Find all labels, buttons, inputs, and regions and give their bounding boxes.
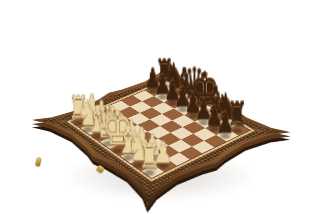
product-photo-stage: ♜♞♝♛♚♝♞♜♟♟♟♟♟♟♟♟♟♟♟♟♟♟♟♟♜♞♝♛♚♝♞♜	[0, 0, 320, 214]
scene: ♜♞♝♛♚♝♞♜♟♟♟♟♟♟♟♟♟♟♟♟♟♟♟♟♜♞♝♛♚♝♞♜	[0, 0, 320, 214]
piece-layer: ♜♞♝♛♚♝♞♜♟♟♟♟♟♟♟♟♟♟♟♟♟♟♟♟♜♞♝♛♚♝♞♜	[32, 62, 291, 205]
chess-board: ♜♞♝♛♚♝♞♜♟♟♟♟♟♟♟♟♟♟♟♟♟♟♟♟♜♞♝♛♚♝♞♜	[32, 62, 291, 205]
piece-white-rook[interactable]: ♜	[139, 139, 161, 173]
piece-black-pawn[interactable]: ♟	[216, 109, 234, 137]
